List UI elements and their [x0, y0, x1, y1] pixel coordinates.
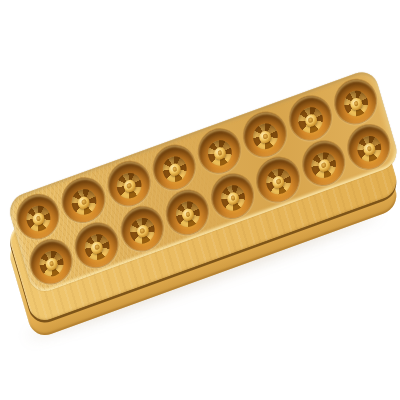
board-photo — [0, 0, 400, 400]
